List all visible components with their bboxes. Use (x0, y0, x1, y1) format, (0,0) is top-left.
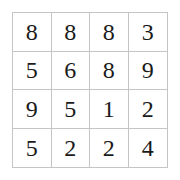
grid-cell-r2c2: 1 (90, 90, 129, 129)
grid-cell-r0c1: 8 (52, 13, 91, 52)
grid-cell-r3c0: 5 (13, 129, 52, 168)
page: 8 8 8 3 5 6 8 9 9 5 1 2 5 2 2 4 (0, 0, 180, 180)
grid-cell-r2c3: 2 (129, 90, 168, 129)
grid-cell-r2c1: 5 (52, 90, 91, 129)
grid-cell-r1c1: 6 (52, 52, 91, 91)
grid-cell-r0c0: 8 (13, 13, 52, 52)
grid-cell-r3c2: 2 (90, 129, 129, 168)
grid-cell-r1c2: 8 (90, 52, 129, 91)
number-grid-board: 8 8 8 3 5 6 8 9 9 5 1 2 5 2 2 4 (12, 12, 168, 168)
grid-cell-r1c0: 5 (13, 52, 52, 91)
grid-cell-r2c0: 9 (13, 90, 52, 129)
grid-cell-r0c3: 3 (129, 13, 168, 52)
grid-cell-r0c2: 8 (90, 13, 129, 52)
grid-cell-r3c3: 4 (129, 129, 168, 168)
grid-cell-r1c3: 9 (129, 52, 168, 91)
grid-cell-r3c1: 2 (52, 129, 91, 168)
